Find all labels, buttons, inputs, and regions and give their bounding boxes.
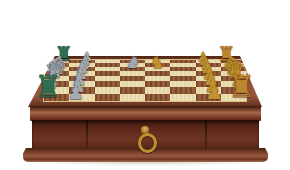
squares-grid	[44, 60, 246, 101]
square-a4	[120, 94, 145, 101]
square-b6	[170, 87, 195, 94]
square-b1	[44, 87, 69, 94]
chessboard	[28, 56, 262, 107]
square-a8	[221, 94, 246, 101]
case-top-rim	[30, 106, 261, 121]
square-a7	[196, 94, 221, 101]
ring-pull-handle-icon	[138, 133, 157, 153]
square-a6	[170, 94, 195, 101]
drawer-seam-right	[205, 120, 207, 150]
square-b4	[120, 87, 145, 94]
square-a2	[69, 94, 94, 101]
square-a3	[95, 94, 120, 101]
drawer-seam-left	[86, 120, 88, 150]
square-a5	[145, 94, 170, 101]
square-b2	[69, 87, 94, 94]
square-b7	[196, 87, 221, 94]
square-b3	[95, 87, 120, 94]
square-b8	[221, 87, 246, 94]
square-a1	[44, 94, 69, 101]
chess-set-photo: ♜♟♟♜♟♟♝♟♞♞♟♝♚♟♟♚♛♟♟♛♝♟♟♝♞♟♟♞♜♟♟♜	[0, 0, 290, 170]
square-b5	[145, 87, 170, 94]
